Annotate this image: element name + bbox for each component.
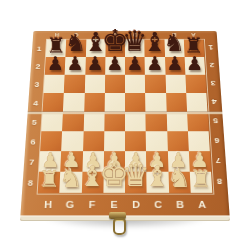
square-f5 (83, 112, 104, 131)
square-a7 (189, 151, 211, 172)
square-a2 (184, 57, 205, 75)
square-f3 (84, 75, 105, 93)
square-e3 (105, 75, 125, 93)
square-b5 (166, 112, 187, 131)
file-label-d: D (125, 193, 147, 216)
square-e8 (103, 172, 125, 193)
rank-label-4: 4 (28, 93, 44, 112)
square-e5 (104, 112, 125, 131)
square-b1 (164, 40, 184, 57)
square-h3 (44, 75, 65, 93)
square-e4 (104, 93, 125, 112)
square-g2 (65, 57, 86, 75)
square-h1 (46, 40, 67, 57)
square-c2 (145, 57, 165, 75)
square-c1 (145, 40, 165, 57)
square-c6 (146, 131, 168, 151)
square-b8 (168, 172, 190, 193)
square-a1 (184, 40, 205, 57)
rank-label-6: 6 (25, 131, 41, 151)
square-c3 (145, 75, 166, 93)
square-g8 (60, 172, 82, 193)
square-c7 (146, 151, 168, 172)
square-b2 (165, 57, 186, 75)
square-h2 (45, 57, 66, 75)
file-label-rotated-c: C (144, 31, 164, 40)
board-squares (38, 40, 213, 193)
rank-label-2: 2 (30, 57, 45, 75)
square-a5 (187, 112, 209, 131)
square-e7 (103, 151, 125, 172)
square-e2 (105, 57, 125, 75)
rank-label-rotated-7: 7 (210, 151, 227, 172)
square-b6 (167, 131, 189, 151)
square-d8 (125, 172, 147, 193)
file-label-g: G (58, 193, 81, 216)
square-e6 (104, 131, 125, 151)
file-label-rotated-b: B (164, 31, 184, 40)
file-label-c: C (147, 193, 170, 216)
square-b3 (165, 75, 186, 93)
square-g1 (66, 40, 86, 57)
file-label-rotated-f: F (86, 31, 106, 40)
file-labels-top: HGFEDCBA (47, 31, 203, 40)
square-f8 (81, 172, 103, 193)
square-h7 (39, 151, 61, 172)
square-d2 (125, 57, 145, 75)
rank-label-1: 1 (32, 40, 47, 57)
square-f6 (83, 131, 105, 151)
square-b7 (167, 151, 189, 172)
rank-label-8: 8 (22, 172, 39, 193)
clasp-loop-icon (113, 218, 126, 235)
file-label-a: A (190, 193, 213, 216)
file-label-f: F (81, 193, 104, 216)
file-label-rotated-d: D (125, 31, 145, 40)
square-h5 (41, 112, 63, 131)
square-d4 (125, 93, 146, 112)
square-d5 (125, 112, 146, 131)
file-label-rotated-e: E (105, 31, 125, 40)
square-d6 (125, 131, 146, 151)
rank-label-5: 5 (26, 112, 42, 131)
rank-label-rotated-5: 5 (207, 112, 223, 131)
square-g5 (62, 112, 83, 131)
rank-label-rotated-6: 6 (209, 131, 225, 151)
square-c8 (147, 172, 169, 193)
rank-label-rotated-1: 1 (203, 40, 218, 57)
file-label-b: B (169, 193, 192, 216)
rank-label-rotated-4: 4 (206, 93, 222, 112)
rank-label-rotated-8: 8 (211, 172, 228, 193)
square-c4 (145, 93, 166, 112)
file-label-rotated-g: G (66, 31, 86, 40)
square-g4 (63, 93, 84, 112)
rank-label-3: 3 (29, 75, 45, 93)
square-b4 (166, 93, 187, 112)
square-d7 (125, 151, 147, 172)
hinge-fold-line (28, 111, 223, 114)
square-f4 (84, 93, 105, 112)
square-d3 (125, 75, 145, 93)
square-a8 (190, 172, 213, 193)
square-a4 (186, 93, 207, 112)
chess-board: HGFEDCBA 12345678 12345678 HGFEDCBA (20, 31, 230, 221)
rank-label-rotated-2: 2 (204, 57, 219, 75)
square-g6 (61, 131, 83, 151)
square-f2 (85, 57, 105, 75)
square-e1 (105, 40, 125, 57)
square-h8 (38, 172, 61, 193)
square-g3 (64, 75, 85, 93)
chess-set-product-photo: HGFEDCBA 12345678 12345678 HGFEDCBA ♜♞♝♚… (0, 0, 250, 250)
rank-label-rotated-3: 3 (205, 75, 221, 93)
square-c5 (146, 112, 167, 131)
square-f1 (85, 40, 105, 57)
file-label-rotated-h: H (47, 31, 67, 40)
square-h4 (43, 93, 64, 112)
file-label-rotated-a: A (183, 31, 203, 40)
square-a3 (185, 75, 206, 93)
rank-label-7: 7 (23, 151, 40, 172)
square-a6 (188, 131, 210, 151)
file-label-h: H (36, 193, 59, 216)
square-d1 (125, 40, 145, 57)
square-f7 (82, 151, 104, 172)
square-h6 (40, 131, 62, 151)
square-g7 (60, 151, 82, 172)
